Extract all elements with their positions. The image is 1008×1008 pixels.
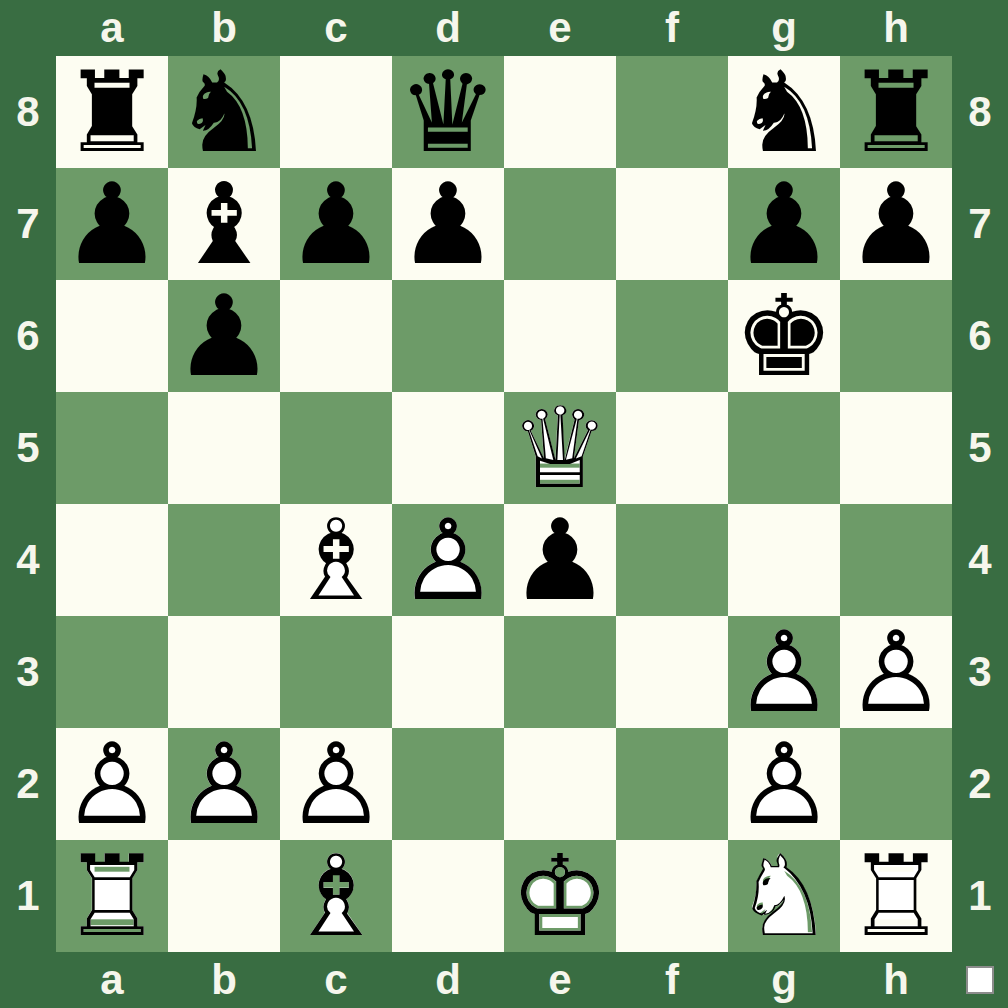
black-bishop[interactable]: ♝ <box>168 168 280 280</box>
square-d4[interactable]: ♟♙ <box>392 504 504 616</box>
rank-label-5: 5 <box>952 392 1008 504</box>
rank-label-6: 6 <box>0 280 56 392</box>
square-f8[interactable] <box>616 56 728 168</box>
white-bishop[interactable]: ♝♗ <box>280 504 392 616</box>
square-d1[interactable] <box>392 840 504 952</box>
square-g2[interactable]: ♟♙ <box>728 728 840 840</box>
square-c3[interactable] <box>280 616 392 728</box>
square-h2[interactable] <box>840 728 952 840</box>
square-b6[interactable]: ♟ <box>168 280 280 392</box>
square-c5[interactable] <box>280 392 392 504</box>
file-label-c: c <box>280 0 392 56</box>
white-pawn[interactable]: ♟♙ <box>56 728 168 840</box>
chess-board[interactable]: ♜♞♛♞♜♟♝♟♟♟♟♟♚♛♕♝♗♟♙♟♟♙♟♙♟♙♟♙♟♙♟♙♜♖♝♗♚♔♞♘… <box>56 56 952 952</box>
square-h5[interactable] <box>840 392 952 504</box>
rank-label-7: 7 <box>952 168 1008 280</box>
square-e7[interactable] <box>504 168 616 280</box>
white-rook[interactable]: ♜♖ <box>840 840 952 952</box>
rank-label-1: 1 <box>952 840 1008 952</box>
square-g8[interactable]: ♞ <box>728 56 840 168</box>
square-g3[interactable]: ♟♙ <box>728 616 840 728</box>
square-a6[interactable] <box>56 280 168 392</box>
black-knight[interactable]: ♞ <box>168 56 280 168</box>
square-d8[interactable]: ♛ <box>392 56 504 168</box>
square-f4[interactable] <box>616 504 728 616</box>
rank-label-6: 6 <box>952 280 1008 392</box>
square-a8[interactable]: ♜ <box>56 56 168 168</box>
file-label-e: e <box>504 0 616 56</box>
white-king[interactable]: ♚♔ <box>504 840 616 952</box>
square-e2[interactable] <box>504 728 616 840</box>
square-h1[interactable]: ♜♖ <box>840 840 952 952</box>
square-f1[interactable] <box>616 840 728 952</box>
square-e6[interactable] <box>504 280 616 392</box>
square-e5[interactable]: ♛♕ <box>504 392 616 504</box>
black-knight[interactable]: ♞ <box>728 56 840 168</box>
file-label-b: b <box>168 952 280 1008</box>
square-e4[interactable]: ♟ <box>504 504 616 616</box>
black-pawn[interactable]: ♟ <box>168 280 280 392</box>
rank-label-7: 7 <box>0 168 56 280</box>
black-pawn[interactable]: ♟ <box>728 168 840 280</box>
square-e8[interactable] <box>504 56 616 168</box>
black-pawn[interactable]: ♟ <box>840 168 952 280</box>
black-pawn[interactable]: ♟ <box>56 168 168 280</box>
square-b7[interactable]: ♝ <box>168 168 280 280</box>
file-label-d: d <box>392 952 504 1008</box>
square-c4[interactable]: ♝♗ <box>280 504 392 616</box>
black-pawn[interactable]: ♟ <box>280 168 392 280</box>
square-e3[interactable] <box>504 616 616 728</box>
black-rook[interactable]: ♜ <box>840 56 952 168</box>
white-bishop[interactable]: ♝♗ <box>280 840 392 952</box>
square-a2[interactable]: ♟♙ <box>56 728 168 840</box>
white-queen[interactable]: ♛♕ <box>504 392 616 504</box>
square-a7[interactable]: ♟ <box>56 168 168 280</box>
square-d2[interactable] <box>392 728 504 840</box>
square-g5[interactable] <box>728 392 840 504</box>
square-f3[interactable] <box>616 616 728 728</box>
rank-label-1: 1 <box>0 840 56 952</box>
side-to-move-indicator <box>966 966 994 994</box>
rank-label-4: 4 <box>0 504 56 616</box>
rank-label-3: 3 <box>0 616 56 728</box>
square-d3[interactable] <box>392 616 504 728</box>
black-pawn[interactable]: ♟ <box>504 504 616 616</box>
square-d7[interactable]: ♟ <box>392 168 504 280</box>
square-g6[interactable]: ♚ <box>728 280 840 392</box>
file-label-f: f <box>616 0 728 56</box>
white-pawn[interactable]: ♟♙ <box>392 504 504 616</box>
square-d5[interactable] <box>392 392 504 504</box>
square-b1[interactable] <box>168 840 280 952</box>
square-h8[interactable]: ♜ <box>840 56 952 168</box>
chess-board-frame: abcdefgh abcdefgh 87654321 87654321 ♜♞♛♞… <box>0 0 1008 1008</box>
white-pawn[interactable]: ♟♙ <box>728 616 840 728</box>
square-h6[interactable] <box>840 280 952 392</box>
white-pawn[interactable]: ♟♙ <box>280 728 392 840</box>
black-king[interactable]: ♚ <box>728 280 840 392</box>
square-b4[interactable] <box>168 504 280 616</box>
square-h4[interactable] <box>840 504 952 616</box>
square-g4[interactable] <box>728 504 840 616</box>
square-g7[interactable]: ♟ <box>728 168 840 280</box>
square-c2[interactable]: ♟♙ <box>280 728 392 840</box>
square-e1[interactable]: ♚♔ <box>504 840 616 952</box>
rank-label-5: 5 <box>0 392 56 504</box>
rank-labels-left: 87654321 <box>0 56 56 952</box>
square-a4[interactable] <box>56 504 168 616</box>
square-b8[interactable]: ♞ <box>168 56 280 168</box>
square-a1[interactable]: ♜♖ <box>56 840 168 952</box>
white-knight[interactable]: ♞♘ <box>728 840 840 952</box>
white-pawn[interactable]: ♟♙ <box>840 616 952 728</box>
rank-label-2: 2 <box>952 728 1008 840</box>
rank-label-8: 8 <box>0 56 56 168</box>
rank-label-2: 2 <box>0 728 56 840</box>
black-rook[interactable]: ♜ <box>56 56 168 168</box>
square-d6[interactable] <box>392 280 504 392</box>
black-pawn[interactable]: ♟ <box>392 168 504 280</box>
square-g1[interactable]: ♞♘ <box>728 840 840 952</box>
white-rook[interactable]: ♜♖ <box>56 840 168 952</box>
square-a3[interactable] <box>56 616 168 728</box>
square-f7[interactable] <box>616 168 728 280</box>
square-c8[interactable] <box>280 56 392 168</box>
white-pawn[interactable]: ♟♙ <box>168 728 280 840</box>
square-c7[interactable]: ♟ <box>280 168 392 280</box>
rank-label-4: 4 <box>952 504 1008 616</box>
white-pawn[interactable]: ♟♙ <box>728 728 840 840</box>
square-f6[interactable] <box>616 280 728 392</box>
rank-label-3: 3 <box>952 616 1008 728</box>
square-c1[interactable]: ♝♗ <box>280 840 392 952</box>
square-h7[interactable]: ♟ <box>840 168 952 280</box>
file-label-f: f <box>616 952 728 1008</box>
black-queen[interactable]: ♛ <box>392 56 504 168</box>
square-f2[interactable] <box>616 728 728 840</box>
square-f5[interactable] <box>616 392 728 504</box>
square-b3[interactable] <box>168 616 280 728</box>
square-b2[interactable]: ♟♙ <box>168 728 280 840</box>
square-h3[interactable]: ♟♙ <box>840 616 952 728</box>
square-b5[interactable] <box>168 392 280 504</box>
rank-label-8: 8 <box>952 56 1008 168</box>
rank-labels-right: 87654321 <box>952 56 1008 952</box>
square-a5[interactable] <box>56 392 168 504</box>
square-c6[interactable] <box>280 280 392 392</box>
